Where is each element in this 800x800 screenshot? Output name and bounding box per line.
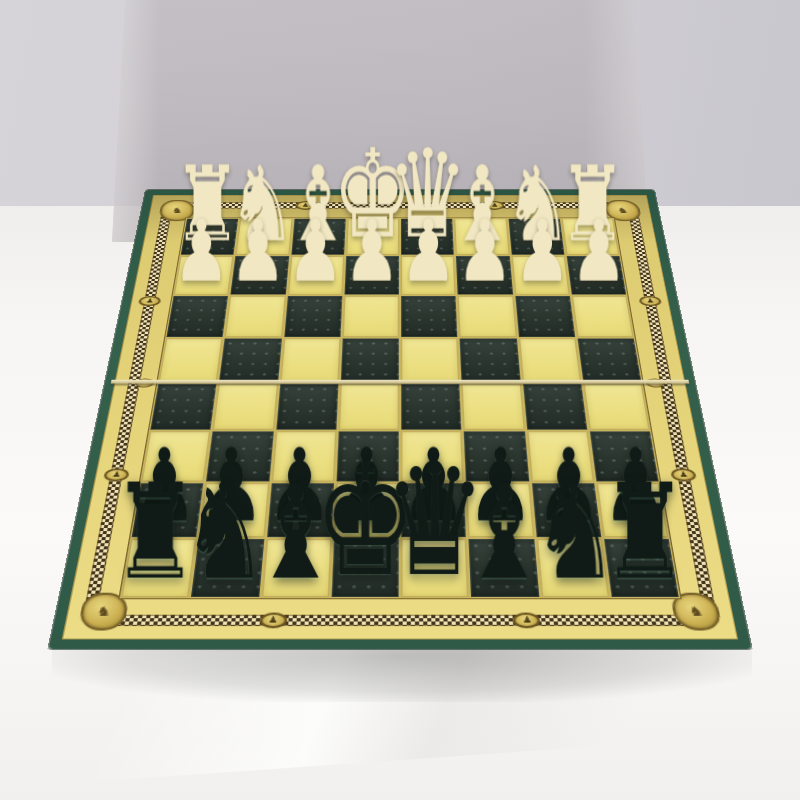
border-emblem-icon: ♟ <box>513 613 541 629</box>
square-h4[interactable] <box>159 338 223 382</box>
folding-hinge-seam <box>111 380 690 385</box>
square-c3[interactable] <box>458 296 516 337</box>
playing-grid: ♜♞♝♚♛♝♞♜♟♟♟♟♟♟♟♟♟♟♟♟♟♟♟♟♜♞♝♚♛♝♞♜ <box>118 217 682 599</box>
square-b3[interactable] <box>515 296 575 337</box>
white-pawn-e2[interactable]: ♟ <box>343 212 399 293</box>
square-e3[interactable] <box>342 296 398 337</box>
square-f5[interactable] <box>276 383 338 430</box>
square-e5[interactable] <box>338 383 398 430</box>
square-f3[interactable] <box>284 296 342 337</box>
white-pawn-g2[interactable]: ♟ <box>230 212 286 293</box>
square-g3[interactable] <box>225 296 285 337</box>
square-h5[interactable] <box>150 383 216 430</box>
white-pawn-c2[interactable]: ♟ <box>457 212 513 293</box>
black-queen-d8[interactable]: ♛ <box>383 447 486 595</box>
square-g4[interactable] <box>219 338 281 382</box>
square-d2[interactable]: ♟ <box>401 256 456 294</box>
white-pawn-b2[interactable]: ♟ <box>514 212 570 293</box>
square-e4[interactable] <box>341 338 399 382</box>
square-c5[interactable] <box>462 383 524 430</box>
square-b8[interactable]: ♞ <box>536 539 608 597</box>
chess-board: ♞ ♞ ♞ ♞ ♟♟♟♟♟♟♟♟ ♜♞♝♚♛♝♞♜♟♟♟♟♟♟♟♟♟♟♟♟♟♟♟… <box>49 190 752 649</box>
square-d4[interactable] <box>401 338 459 382</box>
border-emblem-icon: ♟ <box>638 296 662 306</box>
board-perspective-wrapper: ♞ ♞ ♞ ♞ ♟♟♟♟♟♟♟♟ ♜♞♝♚♛♝♞♜♟♟♟♟♟♟♟♟♟♟♟♟♟♟♟… <box>146 190 654 790</box>
white-pawn-f2[interactable]: ♟ <box>287 212 343 293</box>
square-b4[interactable] <box>519 338 581 382</box>
square-d5[interactable] <box>401 383 461 430</box>
square-g5[interactable] <box>213 383 277 430</box>
square-h3[interactable] <box>167 296 229 337</box>
square-d3[interactable] <box>401 296 457 337</box>
square-a4[interactable] <box>577 338 641 382</box>
square-g2[interactable]: ♟ <box>231 256 289 294</box>
square-f4[interactable] <box>280 338 340 382</box>
square-c4[interactable] <box>460 338 520 382</box>
square-c2[interactable]: ♟ <box>456 256 512 294</box>
square-b5[interactable] <box>523 383 587 430</box>
border-emblem-icon: ♟ <box>259 613 287 629</box>
square-a2[interactable]: ♟ <box>566 256 626 294</box>
checker-strip-bottom <box>92 615 709 626</box>
border-emblem-icon: ♟ <box>138 296 162 306</box>
square-h2[interactable]: ♟ <box>174 256 234 294</box>
square-f2[interactable]: ♟ <box>287 256 343 294</box>
white-pawn-d2[interactable]: ♟ <box>400 212 456 293</box>
square-e2[interactable]: ♟ <box>344 256 399 294</box>
black-rook-a8[interactable]: ♜ <box>601 469 689 594</box>
white-pawn-h2[interactable]: ♟ <box>173 212 229 293</box>
white-pawn-a2[interactable]: ♟ <box>570 212 626 293</box>
square-a8[interactable]: ♜ <box>604 539 679 597</box>
square-a5[interactable] <box>583 383 649 430</box>
square-b2[interactable]: ♟ <box>511 256 569 294</box>
square-d8[interactable]: ♛ <box>401 539 468 597</box>
square-a3[interactable] <box>572 296 634 337</box>
